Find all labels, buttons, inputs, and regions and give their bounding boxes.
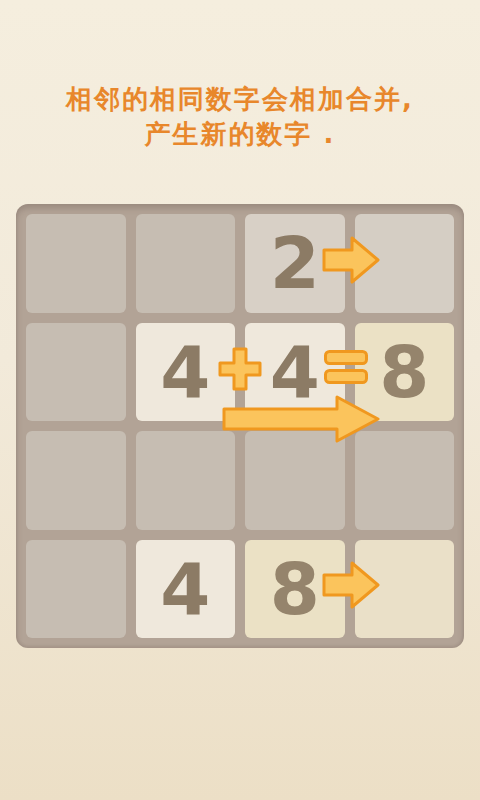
cell-r4c1 bbox=[26, 540, 126, 639]
cell-r2c2-tile-4: 4 bbox=[136, 323, 236, 422]
cell-r4c3-tile-8: 8 bbox=[245, 540, 345, 639]
instruction-text: 相邻的相同数字会相加合并, 产生新的数字 . bbox=[0, 82, 480, 152]
instruction-line-2: 产生新的数字 . bbox=[0, 117, 480, 152]
cell-r4c4-ghost-8 bbox=[355, 540, 455, 639]
cell-r1c3-tile-2: 2 bbox=[245, 214, 345, 313]
instruction-line-1: 相邻的相同数字会相加合并, bbox=[0, 82, 480, 117]
cell-r2c3-tile-4: 4 bbox=[245, 323, 345, 422]
cell-r3c1 bbox=[26, 431, 126, 530]
cell-r1c4-ghost-2 bbox=[355, 214, 455, 313]
cell-r2c4-tile-8: 8 bbox=[355, 323, 455, 422]
cell-r3c3 bbox=[245, 431, 345, 530]
cell-r1c1 bbox=[26, 214, 126, 313]
cell-r3c4 bbox=[355, 431, 455, 530]
cell-r1c2 bbox=[136, 214, 236, 313]
cell-r3c2 bbox=[136, 431, 236, 530]
cell-r2c1 bbox=[26, 323, 126, 422]
cell-r4c2-tile-4: 4 bbox=[136, 540, 236, 639]
game-board[interactable]: 2 4 4 8 4 8 bbox=[16, 204, 464, 648]
tutorial-screen: { "game": "2048", "screen_type": "tutori… bbox=[0, 0, 480, 800]
